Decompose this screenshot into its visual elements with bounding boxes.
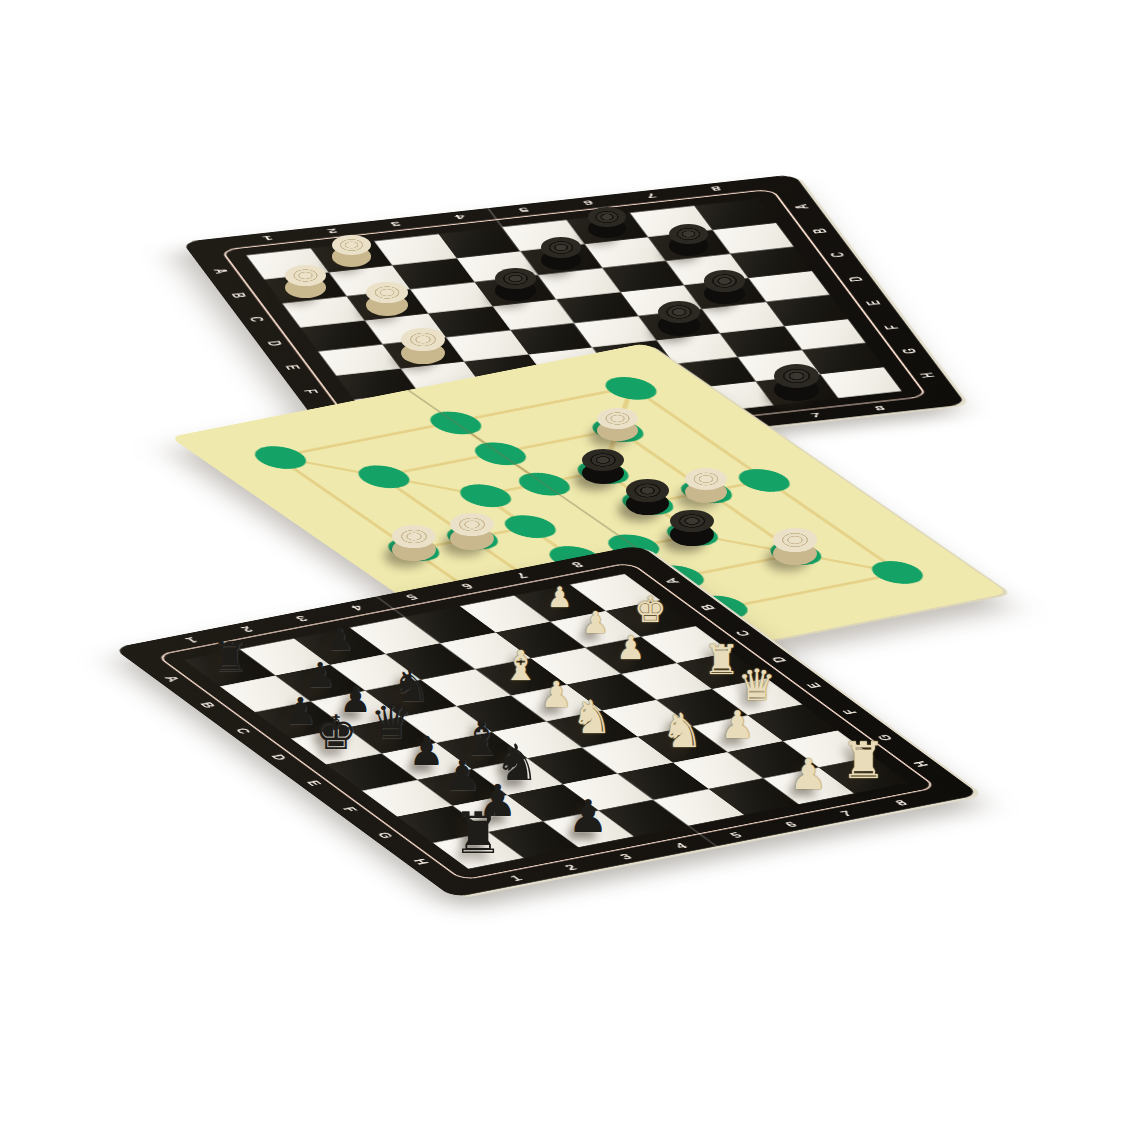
coord-label: 3 — [612, 851, 640, 862]
coord-label: E — [861, 298, 886, 308]
coord-label: D — [843, 274, 868, 284]
coord-label: H — [915, 370, 940, 380]
coord-label: 3 — [288, 613, 316, 624]
coord-label: 5 — [511, 205, 536, 215]
coord-label: 3 — [384, 219, 409, 229]
coord-label: 4 — [447, 212, 472, 222]
coord-label: A — [208, 266, 233, 276]
coord-label: A — [789, 202, 814, 212]
coord-label: G — [897, 346, 922, 356]
scene: 1234567812345678ABCDEFGHABCDEFGH 1234567… — [0, 0, 1140, 1140]
coord-label: F — [298, 387, 323, 397]
coord-label: 8 — [887, 797, 915, 808]
coord-label: 8 — [703, 184, 728, 194]
coord-label: 8 — [867, 403, 892, 413]
coord-label: 7 — [832, 808, 860, 819]
coord-label: 5 — [722, 829, 750, 840]
coord-label: 1 — [178, 634, 206, 645]
coord-label: F — [879, 322, 904, 332]
coord-label: 7 — [508, 570, 536, 581]
coord-label: C — [825, 250, 850, 260]
coord-label: 2 — [320, 226, 345, 236]
coord-label: B — [226, 290, 251, 300]
coord-label: 6 — [453, 580, 481, 591]
coord-label: D — [262, 339, 287, 349]
coord-label: 6 — [777, 819, 805, 830]
coord-label: 8 — [563, 559, 591, 570]
coord-label: B — [807, 226, 832, 236]
coord-label: 1 — [502, 872, 530, 883]
coord-label: 5 — [398, 591, 426, 602]
coord-label: 7 — [639, 191, 664, 201]
coord-label: 6 — [575, 198, 600, 208]
coord-label: 2 — [233, 624, 261, 635]
coord-label: 7 — [803, 410, 828, 420]
coord-label: C — [244, 315, 269, 325]
coord-label: 4 — [667, 840, 695, 851]
coord-label: 4 — [343, 602, 371, 613]
coord-label: 1 — [256, 233, 281, 243]
coord-label: E — [280, 363, 305, 373]
coord-label: 2 — [557, 862, 585, 873]
